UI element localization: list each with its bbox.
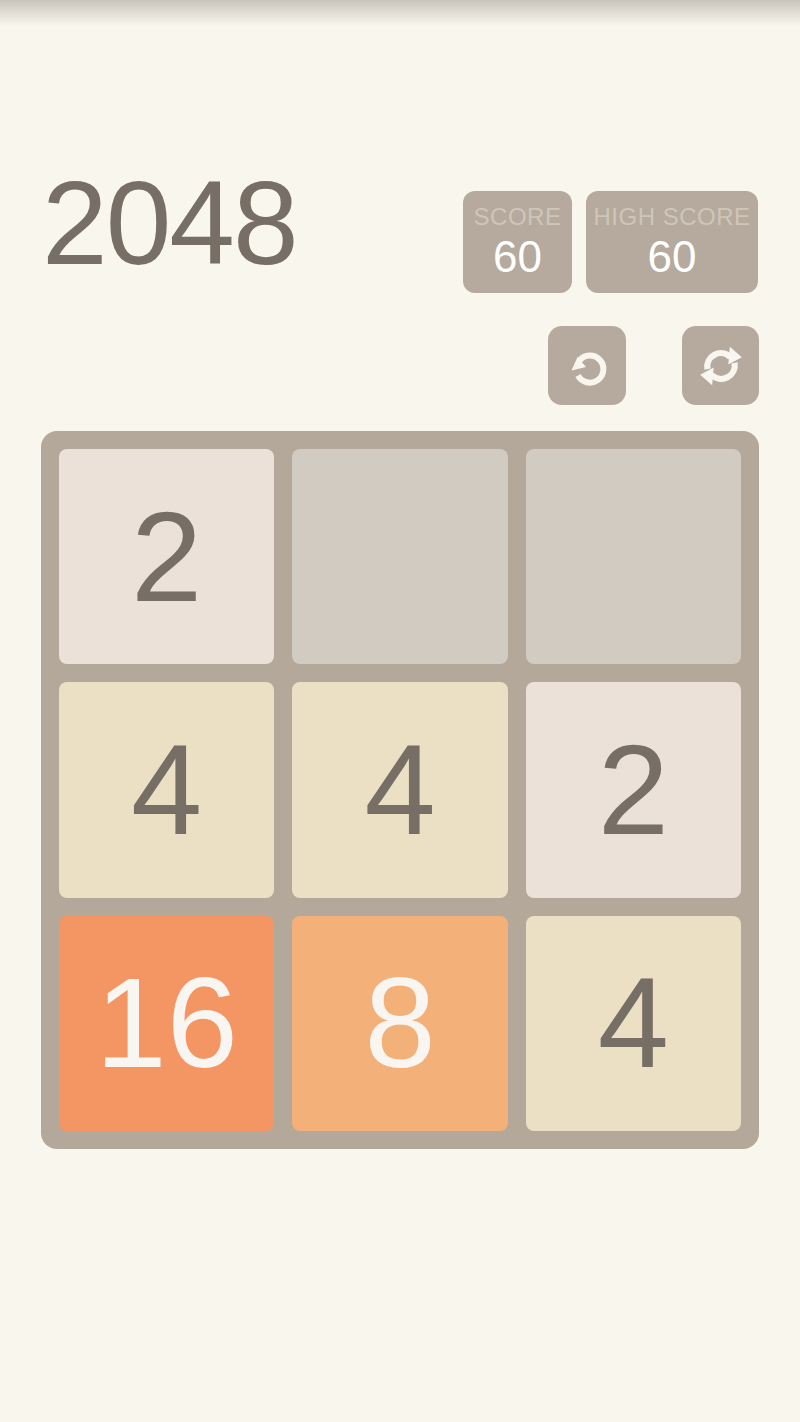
high-score-label: HIGH SCORE <box>593 204 750 230</box>
cell-r0c1 <box>292 449 507 664</box>
status-bar-shadow <box>0 0 800 26</box>
cell-r1c0: 4 <box>59 682 274 897</box>
undo-icon <box>563 342 611 390</box>
refresh-icon <box>696 341 746 391</box>
cell-r2c1: 8 <box>292 916 507 1131</box>
cell-r0c0: 2 <box>59 449 274 664</box>
score-value: 60 <box>493 232 542 283</box>
score-box: SCORE 60 <box>463 191 572 293</box>
restart-button[interactable] <box>682 326 759 405</box>
board[interactable]: 2 4 4 2 16 8 4 <box>41 431 759 1149</box>
cell-r0c2 <box>526 449 741 664</box>
cell-r1c1: 4 <box>292 682 507 897</box>
high-score-box: HIGH SCORE 60 <box>586 191 758 293</box>
app-title: 2048 <box>42 164 297 282</box>
undo-button[interactable] <box>548 326 626 405</box>
high-score-value: 60 <box>648 232 697 283</box>
score-label: SCORE <box>474 204 562 230</box>
cell-r1c2: 2 <box>526 682 741 897</box>
cell-r2c2: 4 <box>526 916 741 1131</box>
cell-r2c0: 16 <box>59 916 274 1131</box>
